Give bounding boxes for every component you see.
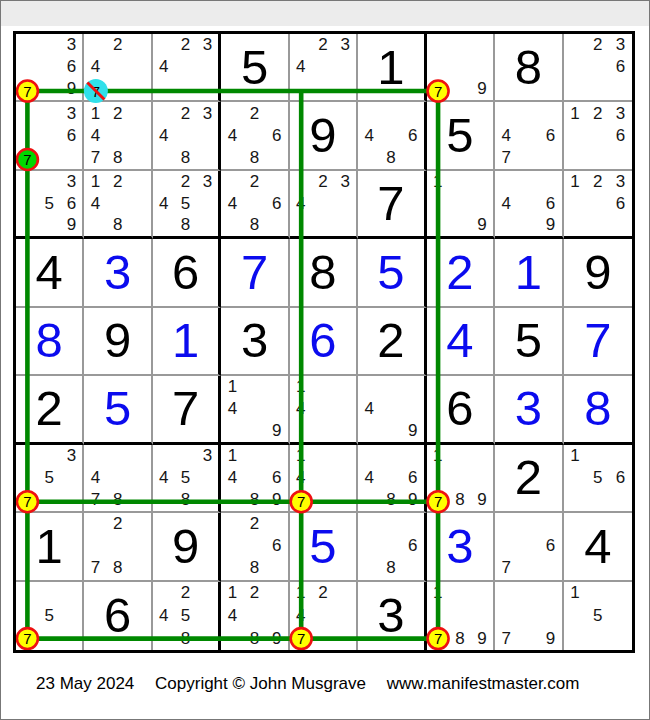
cell-r7c1[interactable]: 35 (16, 445, 84, 513)
candidate-4: 4 (358, 467, 380, 489)
candidate-4: 4 (153, 125, 175, 147)
candidates: 2458 (153, 582, 218, 650)
candidate-4: 4 (84, 56, 106, 78)
cell-r1c6[interactable]: 1 (358, 34, 426, 102)
cell-r8c6[interactable]: 68 (358, 513, 426, 581)
cell-r3c3[interactable]: 23458 (153, 171, 221, 239)
given-digit: 8 (290, 239, 356, 305)
given-digit: 2 (495, 445, 561, 511)
candidate-1: 1 (427, 582, 449, 605)
cell-r5c1[interactable]: 8 (16, 308, 84, 376)
candidate-1: 1 (564, 582, 587, 605)
cell-r6c2[interactable]: 5 (84, 376, 152, 444)
candidate-6: 6 (402, 467, 424, 489)
candidates: 36 (16, 102, 82, 168)
candidates: 278 (84, 513, 150, 579)
cell-r7c8[interactable]: 2 (495, 445, 563, 513)
cell-r2c2[interactable]: 12478 (84, 102, 152, 170)
cell-r2c3[interactable]: 2348 (153, 102, 221, 170)
candidate-4: 4 (221, 398, 243, 420)
candidate-3: 3 (60, 445, 82, 467)
candidate-9: 9 (60, 78, 82, 100)
given-digit: 1 (358, 34, 423, 100)
given-digit: 7 (153, 376, 218, 441)
cell-r2c6[interactable]: 468 (358, 102, 426, 170)
candidate-1: 1 (221, 376, 243, 398)
candidates: 23458 (153, 171, 218, 236)
solved-digit: 5 (84, 376, 150, 441)
solved-digit: 5 (358, 239, 423, 305)
given-digit: 6 (427, 376, 493, 441)
cell-r6c7[interactable]: 6 (427, 376, 495, 444)
candidates: 149 (221, 376, 287, 441)
given-digit: 4 (564, 513, 632, 579)
candidate-6: 6 (60, 125, 82, 147)
candidates: 189 (427, 582, 493, 650)
cell-r7c4[interactable]: 14689 (221, 445, 289, 513)
candidate-9: 9 (266, 627, 288, 650)
solved-digit: 8 (16, 308, 82, 374)
candidate-6: 6 (266, 467, 288, 489)
candidate-2: 2 (175, 34, 197, 56)
candidate-8: 8 (175, 215, 197, 237)
cell-r4c8[interactable]: 1 (495, 239, 563, 307)
candidate-2: 2 (243, 171, 265, 193)
candidate-9: 9 (539, 215, 561, 237)
cell-r3c9[interactable]: 1236 (564, 171, 632, 239)
cell-r9c1[interactable]: 5 (16, 582, 84, 650)
cell-r8c9[interactable]: 4 (564, 513, 632, 581)
cell-r4c3[interactable]: 6 (153, 239, 221, 307)
given-digit: 8 (495, 34, 561, 100)
candidate-1: 1 (290, 376, 312, 398)
candidate-3: 3 (609, 171, 632, 193)
cell-r5c2[interactable]: 9 (84, 308, 152, 376)
cell-r2c1[interactable]: 36 (16, 102, 84, 170)
candidate-7: 7 (495, 557, 517, 579)
candidates: 3458 (153, 445, 218, 511)
candidates: 236 (564, 34, 632, 100)
candidate-4: 4 (290, 56, 312, 78)
candidate-6: 6 (609, 125, 632, 147)
cell-r1c5[interactable]: 234 (290, 34, 358, 102)
cell-r4c4[interactable]: 7 (221, 239, 289, 307)
footer-site: www.manifestmaster.com (387, 674, 580, 693)
candidate-3: 3 (197, 102, 219, 124)
footer: 23 May 2024 Copyright © John Musgrave ww… (36, 674, 579, 694)
cell-r6c4[interactable]: 149 (221, 376, 289, 444)
candidate-5: 5 (175, 467, 197, 489)
candidate-1: 1 (290, 445, 312, 467)
candidates: 15 (564, 582, 632, 650)
candidate-4: 4 (358, 398, 380, 420)
candidate-5: 5 (175, 604, 197, 627)
candidates: 24 (84, 34, 150, 100)
cell-r2c9[interactable]: 1236 (564, 102, 632, 170)
cell-r9c3[interactable]: 2458 (153, 582, 221, 650)
candidate-3: 3 (60, 102, 82, 124)
cell-r4c6[interactable]: 5 (358, 239, 426, 307)
candidate-4: 4 (153, 193, 175, 215)
cell-r6c9[interactable]: 8 (564, 376, 632, 444)
candidate-9: 9 (266, 489, 288, 511)
candidates: 12478 (84, 102, 150, 168)
candidate-2: 2 (107, 102, 129, 124)
candidate-5: 5 (586, 604, 609, 627)
cell-r3c7[interactable]: 19 (427, 171, 495, 239)
candidate-2: 2 (312, 582, 334, 605)
candidate-4: 4 (495, 193, 517, 215)
cell-r6c5[interactable]: 14 (290, 376, 358, 444)
candidate-4: 4 (495, 125, 517, 147)
candidates: 2468 (221, 102, 287, 168)
candidate-2: 2 (175, 102, 197, 124)
cell-r4c9[interactable]: 9 (564, 239, 632, 307)
candidates: 124 (290, 582, 356, 650)
cell-r2c4[interactable]: 2468 (221, 102, 289, 170)
candidate-8: 8 (380, 147, 402, 169)
candidate-8: 8 (175, 147, 197, 169)
candidate-4: 4 (153, 56, 175, 78)
candidate-8: 8 (107, 489, 129, 511)
candidate-5: 5 (38, 604, 60, 627)
cell-r5c9[interactable]: 7 (564, 308, 632, 376)
candidates: 35 (16, 445, 82, 511)
candidates: 79 (495, 582, 561, 650)
candidate-1: 1 (564, 102, 587, 124)
cell-r9c5[interactable]: 124 (290, 582, 358, 650)
given-digit: 5 (495, 308, 561, 374)
candidate-8: 8 (243, 215, 265, 237)
candidate-2: 2 (107, 513, 129, 535)
candidate-6: 6 (60, 56, 82, 78)
solved-digit: 2 (427, 239, 493, 305)
given-digit: 6 (153, 239, 218, 305)
candidates: 2468 (221, 171, 287, 236)
candidate-4: 4 (84, 193, 106, 215)
candidate-8: 8 (107, 215, 129, 237)
candidates: 9 (427, 34, 493, 100)
cell-r6c3[interactable]: 7 (153, 376, 221, 444)
candidate-3: 3 (197, 34, 219, 56)
candidate-2: 2 (175, 582, 197, 605)
candidates: 1248 (84, 171, 150, 236)
candidate-7: 7 (495, 147, 517, 169)
candidate-7: 7 (495, 627, 517, 650)
candidate-5: 5 (586, 467, 609, 489)
given-digit: 5 (427, 102, 493, 168)
cell-r3c2[interactable]: 1248 (84, 171, 152, 239)
candidates: 14 (290, 376, 356, 441)
top-bar (1, 1, 649, 26)
candidate-9: 9 (471, 215, 493, 237)
candidates: 369 (16, 34, 82, 100)
footer-date: 23 May 2024 (36, 674, 134, 693)
candidate-8: 8 (380, 557, 402, 579)
given-digit: 3 (358, 582, 423, 650)
cell-r4c2[interactable]: 3 (84, 239, 152, 307)
cell-r9c7[interactable]: 189 (427, 582, 495, 650)
sudoku-screen: 3692423452341982363612478234824689468546… (0, 0, 650, 720)
candidates: 234 (153, 34, 218, 100)
candidate-1: 1 (427, 171, 449, 193)
candidate-2: 2 (243, 582, 265, 605)
cell-r8c8[interactable]: 67 (495, 513, 563, 581)
solved-digit: 6 (290, 308, 356, 374)
candidate-4: 4 (221, 125, 243, 147)
candidate-7: 7 (84, 557, 106, 579)
given-digit: 9 (564, 239, 632, 305)
candidates: 14689 (221, 445, 287, 511)
cell-r7c5[interactable]: 14 (290, 445, 358, 513)
candidate-6: 6 (539, 535, 561, 557)
candidate-1: 1 (221, 445, 243, 467)
candidate-6: 6 (60, 193, 82, 215)
candidates: 268 (221, 513, 287, 579)
candidate-8: 8 (449, 627, 471, 650)
candidate-2: 2 (243, 102, 265, 124)
cell-r9c6[interactable]: 3 (358, 582, 426, 650)
cell-r4c7[interactable]: 2 (427, 239, 495, 307)
candidate-2: 2 (586, 102, 609, 124)
candidate-4: 4 (221, 604, 243, 627)
candidate-7: 7 (84, 489, 106, 511)
candidate-4: 4 (84, 467, 106, 489)
candidate-7: 7 (84, 147, 106, 169)
candidate-6: 6 (266, 535, 288, 557)
candidate-4: 4 (290, 604, 312, 627)
cell-r8c3[interactable]: 9 (153, 513, 221, 581)
candidate-4: 4 (221, 193, 243, 215)
cell-r9c8[interactable]: 79 (495, 582, 563, 650)
cell-r3c1[interactable]: 3569 (16, 171, 84, 239)
cell-r6c8[interactable]: 3 (495, 376, 563, 444)
candidate-5: 5 (38, 467, 60, 489)
solved-digit: 3 (495, 376, 561, 441)
cell-r3c6[interactable]: 7 (358, 171, 426, 239)
candidate-3: 3 (197, 171, 219, 193)
candidate-4: 4 (358, 125, 380, 147)
cell-r9c4[interactable]: 12489 (221, 582, 289, 650)
candidate-6: 6 (402, 535, 424, 557)
cell-r7c2[interactable]: 478 (84, 445, 152, 513)
candidate-3: 3 (334, 34, 356, 56)
candidate-2: 2 (586, 171, 609, 193)
cell-r6c6[interactable]: 49 (358, 376, 426, 444)
candidates: 1236 (564, 102, 632, 168)
solved-digit: 1 (495, 239, 561, 305)
cell-r4c5[interactable]: 8 (290, 239, 358, 307)
candidate-9: 9 (402, 489, 424, 511)
candidate-6: 6 (402, 125, 424, 147)
candidate-8: 8 (107, 557, 129, 579)
cell-r8c7[interactable]: 3 (427, 513, 495, 581)
candidate-5: 5 (175, 193, 197, 215)
given-digit: 4 (16, 239, 82, 305)
given-digit: 9 (290, 102, 356, 168)
cell-r1c4[interactable]: 5 (221, 34, 289, 102)
candidate-1: 1 (221, 582, 243, 605)
cell-r7c9[interactable]: 156 (564, 445, 632, 513)
candidate-4: 4 (290, 193, 312, 215)
given-digit: 7 (358, 171, 423, 236)
candidate-1: 1 (84, 102, 106, 124)
candidate-4: 4 (84, 125, 106, 147)
candidate-3: 3 (609, 102, 632, 124)
candidate-8: 8 (243, 489, 265, 511)
cell-r3c8[interactable]: 469 (495, 171, 563, 239)
candidate-6: 6 (609, 467, 632, 489)
candidate-8: 8 (380, 489, 402, 511)
candidates: 478 (84, 445, 150, 511)
candidates: 467 (495, 102, 561, 168)
candidate-9: 9 (60, 215, 82, 237)
solved-digit: 8 (564, 376, 632, 441)
candidates: 12489 (221, 582, 287, 650)
given-digit: 9 (153, 513, 218, 579)
solved-digit: 3 (427, 513, 493, 579)
candidate-2: 2 (175, 171, 197, 193)
sudoku-board: 3692423452341982363612478234824689468546… (13, 31, 635, 653)
candidate-8: 8 (243, 147, 265, 169)
cell-r2c8[interactable]: 467 (495, 102, 563, 170)
given-digit: 2 (358, 308, 423, 374)
candidate-4: 4 (290, 398, 312, 420)
candidates: 1236 (564, 171, 632, 236)
candidate-4: 4 (153, 467, 175, 489)
cell-r3c5[interactable]: 234 (290, 171, 358, 239)
solved-digit: 7 (221, 239, 287, 305)
cell-r2c5[interactable]: 9 (290, 102, 358, 170)
cell-r7c7[interactable]: 189 (427, 445, 495, 513)
cell-r5c5[interactable]: 6 (290, 308, 358, 376)
candidate-8: 8 (175, 627, 197, 650)
candidates: 189 (427, 445, 493, 511)
candidate-6: 6 (539, 193, 561, 215)
candidates: 234 (290, 34, 356, 100)
cell-r7c6[interactable]: 4689 (358, 445, 426, 513)
candidate-2: 2 (243, 513, 265, 535)
candidate-2: 2 (312, 34, 334, 56)
cell-r8c4[interactable]: 268 (221, 513, 289, 581)
cell-r1c3[interactable]: 234 (153, 34, 221, 102)
candidates: 4689 (358, 445, 423, 511)
cell-r5c6[interactable]: 2 (358, 308, 426, 376)
candidate-2: 2 (586, 34, 609, 56)
cell-r5c7[interactable]: 4 (427, 308, 495, 376)
cell-r1c1[interactable]: 369 (16, 34, 84, 102)
cell-r4c1[interactable]: 4 (16, 239, 84, 307)
cell-r1c9[interactable]: 236 (564, 34, 632, 102)
given-digit: 1 (16, 513, 82, 579)
given-digit: 2 (16, 376, 82, 441)
candidate-1: 1 (564, 445, 587, 467)
candidates: 156 (564, 445, 632, 511)
candidate-9: 9 (471, 78, 493, 100)
candidate-8: 8 (243, 627, 265, 650)
cell-r8c2[interactable]: 278 (84, 513, 152, 581)
candidates: 469 (495, 171, 561, 236)
footer-copyright: Copyright © John Musgrave (155, 674, 366, 693)
candidate-1: 1 (290, 582, 312, 605)
cell-r6c1[interactable]: 2 (16, 376, 84, 444)
cell-r2c7[interactable]: 5 (427, 102, 495, 170)
candidate-9: 9 (266, 420, 288, 442)
cell-r5c4[interactable]: 3 (221, 308, 289, 376)
solved-digit: 4 (427, 308, 493, 374)
solved-digit: 1 (153, 308, 218, 374)
candidate-3: 3 (60, 34, 82, 56)
cell-r9c2[interactable]: 6 (84, 582, 152, 650)
cell-r8c1[interactable]: 1 (16, 513, 84, 581)
candidate-8: 8 (107, 147, 129, 169)
candidate-4: 4 (153, 604, 175, 627)
candidate-8: 8 (449, 489, 471, 511)
candidate-3: 3 (609, 34, 632, 56)
candidate-6: 6 (609, 56, 632, 78)
candidate-2: 2 (312, 171, 334, 193)
candidate-4: 4 (290, 467, 312, 489)
candidate-2: 2 (107, 171, 129, 193)
candidate-3: 3 (334, 171, 356, 193)
candidate-9: 9 (471, 627, 493, 650)
candidate-9: 9 (471, 489, 493, 511)
candidate-5: 5 (38, 193, 60, 215)
candidate-6: 6 (609, 193, 632, 215)
candidate-6: 6 (266, 125, 288, 147)
cell-r8c5[interactable]: 5 (290, 513, 358, 581)
given-digit: 5 (221, 34, 287, 100)
cell-r1c7[interactable]: 9 (427, 34, 495, 102)
candidates: 14 (290, 445, 356, 511)
candidates: 234 (290, 171, 356, 236)
candidate-6: 6 (539, 125, 561, 147)
cell-r9c9[interactable]: 15 (564, 582, 632, 650)
solved-digit: 3 (84, 239, 150, 305)
candidates: 19 (427, 171, 493, 236)
cell-r7c3[interactable]: 3458 (153, 445, 221, 513)
candidate-8: 8 (175, 489, 197, 511)
cell-r5c3[interactable]: 1 (153, 308, 221, 376)
candidate-1: 1 (84, 171, 106, 193)
candidate-3: 3 (60, 171, 82, 193)
candidates: 67 (495, 513, 561, 579)
candidates: 3569 (16, 171, 82, 236)
candidates: 2348 (153, 102, 218, 168)
candidate-9: 9 (402, 420, 424, 442)
candidates: 49 (358, 376, 423, 441)
given-digit: 9 (84, 308, 150, 374)
candidate-1: 1 (427, 445, 449, 467)
given-digit: 3 (221, 308, 287, 374)
candidate-6: 6 (266, 193, 288, 215)
candidate-2: 2 (107, 34, 129, 56)
solved-digit: 5 (290, 513, 356, 579)
candidate-8: 8 (243, 557, 265, 579)
given-digit: 6 (84, 582, 150, 650)
cell-r1c8[interactable]: 8 (495, 34, 563, 102)
candidate-4: 4 (221, 467, 243, 489)
candidate-9: 9 (539, 627, 561, 650)
cell-r1c2[interactable]: 24 (84, 34, 152, 102)
candidates: 468 (358, 102, 423, 168)
solved-digit: 7 (564, 308, 632, 374)
cell-r3c4[interactable]: 2468 (221, 171, 289, 239)
candidates: 5 (16, 582, 82, 650)
cell-r5c8[interactable]: 5 (495, 308, 563, 376)
candidates: 68 (358, 513, 423, 579)
candidate-1: 1 (564, 171, 587, 193)
